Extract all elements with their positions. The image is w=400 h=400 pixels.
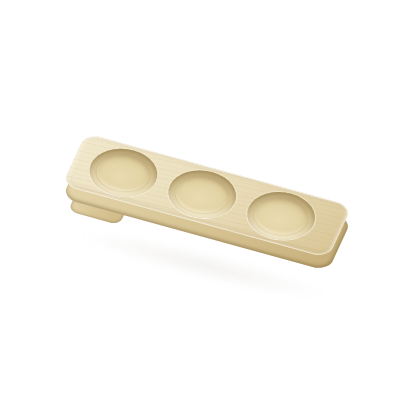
scene — [0, 0, 400, 400]
